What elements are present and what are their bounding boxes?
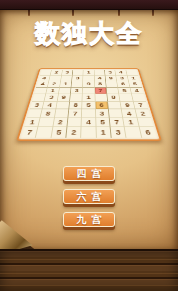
sudoku-cell-r4c4: 3 bbox=[71, 87, 83, 94]
sudoku-cell-r7c3 bbox=[55, 109, 70, 118]
mode-button-4x4[interactable]: 四宫 bbox=[63, 166, 115, 181]
sudoku-cell-r6c4: 8 bbox=[69, 102, 82, 110]
sudoku-cell-r4c3 bbox=[59, 87, 72, 94]
wood-plank-footer bbox=[0, 249, 178, 291]
app-screen: 数独大全 23134434931421986513754391834856978… bbox=[0, 0, 178, 291]
sudoku-cell-r4c5 bbox=[83, 87, 95, 94]
sudoku-cell-r9c6: 1 bbox=[96, 127, 111, 137]
sudoku-cell-r6c9: 7 bbox=[133, 102, 148, 110]
stitch-mark bbox=[118, 10, 120, 16]
sudoku-cell-r5c5: 1 bbox=[83, 94, 96, 101]
page-curl-fold bbox=[0, 217, 44, 249]
wood-grain bbox=[0, 285, 178, 286]
sudoku-cell-r8c6: 5 bbox=[96, 118, 111, 127]
game-title: 数独大全 bbox=[0, 17, 178, 50]
parchment-background: 数独大全 23134434931421986513754391834856978… bbox=[0, 10, 178, 249]
sudoku-cell-r8c9 bbox=[137, 118, 154, 127]
sudoku-cell-r7c5 bbox=[82, 109, 96, 118]
sudoku-cell-r6c3 bbox=[56, 102, 70, 110]
sudoku-cell-r5c3: 9 bbox=[57, 94, 70, 101]
stitch-mark bbox=[152, 10, 154, 16]
sudoku-cell-r5c4 bbox=[70, 94, 83, 101]
sudoku-cell-r9c9: 6 bbox=[139, 127, 157, 137]
wood-grain bbox=[0, 259, 178, 260]
sudoku-cell-r5c6 bbox=[95, 94, 108, 101]
mode-button-6x6[interactable]: 六宫 bbox=[63, 189, 115, 204]
status-bar bbox=[0, 0, 178, 10]
page-curl bbox=[0, 217, 44, 249]
sudoku-cell-r5c9 bbox=[132, 94, 146, 101]
sudoku-cell-r7c4: 7 bbox=[68, 109, 82, 118]
sudoku-cell-r7c9: 2 bbox=[135, 109, 151, 118]
sudoku-cell-r6c5: 5 bbox=[82, 102, 95, 110]
sudoku-cell-r8c3: 2 bbox=[53, 118, 68, 127]
stitch-mark bbox=[28, 10, 30, 16]
sudoku-cell-r9c3: 5 bbox=[51, 127, 67, 137]
sudoku-cell-r9c4: 2 bbox=[66, 127, 81, 137]
mode-button-9x9[interactable]: 九宫 bbox=[63, 212, 115, 227]
sudoku-cell-r8c5: 4 bbox=[82, 118, 96, 127]
sudoku-cell-r6c6: 6 bbox=[95, 102, 108, 110]
sudoku-cell-r8c4 bbox=[67, 118, 82, 127]
sudoku-grid: 2313443493142198651375439183485697873421… bbox=[21, 70, 157, 138]
sudoku-cell-r4c9: 4 bbox=[130, 87, 144, 94]
wood-grain bbox=[0, 273, 178, 274]
stitch-mark bbox=[72, 10, 74, 16]
sudoku-cell-r4c6: 7 bbox=[95, 87, 107, 94]
sudoku-board-perspective: 2313443493142198651375439183485697873421… bbox=[16, 68, 162, 141]
sudoku-cell-r7c6: 3 bbox=[96, 109, 110, 118]
sudoku-board: 2313443493142198651375439183485697873421… bbox=[16, 68, 162, 141]
sudoku-cell-r9c5 bbox=[81, 127, 96, 137]
